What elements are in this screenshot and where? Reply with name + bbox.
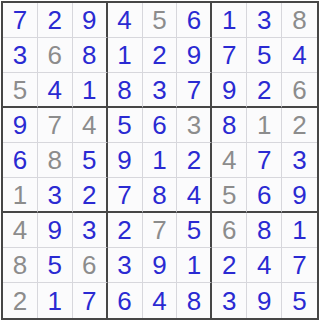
cell-r5c1[interactable]: 6: [3, 143, 38, 178]
cell-r8c6[interactable]: 1: [177, 248, 212, 283]
cell-r6c9[interactable]: 9: [282, 178, 317, 213]
cell-r5c6[interactable]: 2: [177, 143, 212, 178]
sudoku-board: 7294561383681297545418379269745638126859…: [3, 3, 317, 318]
cell-r2c9[interactable]: 4: [282, 38, 317, 73]
cell-r6c4[interactable]: 7: [108, 178, 143, 213]
cell-r5c3[interactable]: 5: [73, 143, 108, 178]
cell-r1c8[interactable]: 3: [247, 3, 282, 38]
cell-r6c5[interactable]: 8: [143, 178, 178, 213]
cell-r7c3[interactable]: 3: [73, 213, 108, 248]
cell-r1c5[interactable]: 5: [143, 3, 178, 38]
cell-r2c7[interactable]: 7: [212, 38, 247, 73]
cell-r3c6[interactable]: 7: [177, 73, 212, 108]
cell-r6c7[interactable]: 5: [212, 178, 247, 213]
sudoku-board-frame: 7294561383681297545418379269745638126859…: [1, 1, 319, 320]
cell-r8c8[interactable]: 4: [247, 248, 282, 283]
cell-r6c2[interactable]: 3: [38, 178, 73, 213]
cell-r2c8[interactable]: 5: [247, 38, 282, 73]
cell-r3c3[interactable]: 1: [73, 73, 108, 108]
cell-r7c6[interactable]: 5: [177, 213, 212, 248]
cell-r5c8[interactable]: 7: [247, 143, 282, 178]
cell-r8c9[interactable]: 7: [282, 248, 317, 283]
cell-r1c2[interactable]: 2: [38, 3, 73, 38]
cell-r8c1[interactable]: 8: [3, 248, 38, 283]
cell-r1c7[interactable]: 1: [212, 3, 247, 38]
cell-r5c7[interactable]: 4: [212, 143, 247, 178]
cell-r6c3[interactable]: 2: [73, 178, 108, 213]
cell-r4c8[interactable]: 1: [247, 108, 282, 143]
cell-r1c1[interactable]: 7: [3, 3, 38, 38]
cell-r2c2[interactable]: 6: [38, 38, 73, 73]
cell-r8c5[interactable]: 9: [143, 248, 178, 283]
cell-r9c6[interactable]: 8: [177, 283, 212, 318]
cell-r4c5[interactable]: 6: [143, 108, 178, 143]
cell-r2c4[interactable]: 1: [108, 38, 143, 73]
cell-r7c4[interactable]: 2: [108, 213, 143, 248]
cell-r9c3[interactable]: 7: [73, 283, 108, 318]
cell-r3c4[interactable]: 8: [108, 73, 143, 108]
cell-r2c3[interactable]: 8: [73, 38, 108, 73]
cell-r5c2[interactable]: 8: [38, 143, 73, 178]
cell-r3c1[interactable]: 5: [3, 73, 38, 108]
cell-r1c9[interactable]: 8: [282, 3, 317, 38]
cell-r3c7[interactable]: 9: [212, 73, 247, 108]
cell-r9c9[interactable]: 5: [282, 283, 317, 318]
cell-r5c4[interactable]: 9: [108, 143, 143, 178]
cell-r4c9[interactable]: 2: [282, 108, 317, 143]
cell-r8c2[interactable]: 5: [38, 248, 73, 283]
cell-r6c6[interactable]: 4: [177, 178, 212, 213]
cell-r2c6[interactable]: 9: [177, 38, 212, 73]
cell-r4c1[interactable]: 9: [3, 108, 38, 143]
cell-r3c8[interactable]: 2: [247, 73, 282, 108]
cell-r2c5[interactable]: 2: [143, 38, 178, 73]
cell-r4c2[interactable]: 7: [38, 108, 73, 143]
cell-r3c2[interactable]: 4: [38, 73, 73, 108]
cell-r6c1[interactable]: 1: [3, 178, 38, 213]
cell-r9c7[interactable]: 3: [212, 283, 247, 318]
cell-r7c5[interactable]: 7: [143, 213, 178, 248]
cell-r5c5[interactable]: 1: [143, 143, 178, 178]
cell-r4c4[interactable]: 5: [108, 108, 143, 143]
cell-r7c7[interactable]: 6: [212, 213, 247, 248]
cell-r8c7[interactable]: 2: [212, 248, 247, 283]
cell-r1c6[interactable]: 6: [177, 3, 212, 38]
cell-r4c6[interactable]: 3: [177, 108, 212, 143]
cell-r9c5[interactable]: 4: [143, 283, 178, 318]
cell-r7c2[interactable]: 9: [38, 213, 73, 248]
cell-r8c3[interactable]: 6: [73, 248, 108, 283]
cell-r4c3[interactable]: 4: [73, 108, 108, 143]
cell-r7c9[interactable]: 1: [282, 213, 317, 248]
cell-r8c4[interactable]: 3: [108, 248, 143, 283]
cell-r9c8[interactable]: 9: [247, 283, 282, 318]
cell-r4c7[interactable]: 8: [212, 108, 247, 143]
cell-r1c3[interactable]: 9: [73, 3, 108, 38]
cell-r9c1[interactable]: 2: [3, 283, 38, 318]
cell-r5c9[interactable]: 3: [282, 143, 317, 178]
cell-r2c1[interactable]: 3: [3, 38, 38, 73]
cell-r1c4[interactable]: 4: [108, 3, 143, 38]
cell-r9c2[interactable]: 1: [38, 283, 73, 318]
cell-r7c1[interactable]: 4: [3, 213, 38, 248]
cell-r3c9[interactable]: 6: [282, 73, 317, 108]
cell-r7c8[interactable]: 8: [247, 213, 282, 248]
cell-r6c8[interactable]: 6: [247, 178, 282, 213]
cell-r9c4[interactable]: 6: [108, 283, 143, 318]
cell-r3c5[interactable]: 3: [143, 73, 178, 108]
